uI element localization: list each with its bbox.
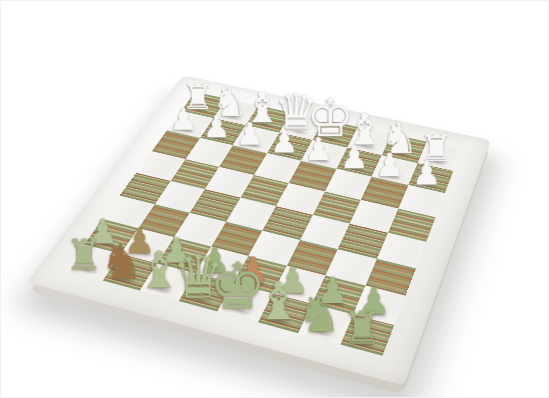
- square-r6-c2: ♟: [157, 237, 210, 273]
- piece-shadow: [71, 262, 105, 277]
- chessboard: ♜♞♝♛♚♝♞♜♟♟♟♟♟♟♟♟♟♟♟♟♟♟♟♟♜♞♝♛♚♝♞♜: [27, 75, 491, 385]
- piece-shadow: [223, 303, 258, 320]
- piece-shadow: [345, 335, 382, 353]
- board-grid: ♜♞♝♛♚♝♞♜♟♟♟♟♟♟♟♟♟♟♟♟♟♟♟♟♜♞♝♛♚♝♞♜: [65, 92, 461, 356]
- piece-shadow: [163, 255, 197, 270]
- piece-shadow: [145, 282, 180, 298]
- piece-shadow: [107, 272, 141, 288]
- square-r7-c7: ♜: [340, 314, 394, 356]
- green-rook: ♜: [66, 235, 103, 275]
- product-photo-chess-set: ♜♞♝♛♚♝♞♜♟♟♟♟♟♟♟♟♟♟♟♟♟♟♟♟♜♞♝♛♚♝♞♜: [0, 0, 549, 398]
- white-rook: ♜: [419, 131, 453, 166]
- piece-shadow: [413, 178, 444, 191]
- square-r2-c7: [398, 185, 445, 217]
- piece-shadow: [263, 313, 299, 330]
- piece-shadow: [184, 292, 219, 308]
- marble-slab: ♜♞♝♛♚♝♞♜♟♟♟♟♟♟♟♟♟♟♟♟♟♟♟♟♜♞♝♛♚♝♞♜: [27, 75, 491, 385]
- piece-shadow: [304, 324, 340, 341]
- square-r4-c2: [190, 189, 240, 221]
